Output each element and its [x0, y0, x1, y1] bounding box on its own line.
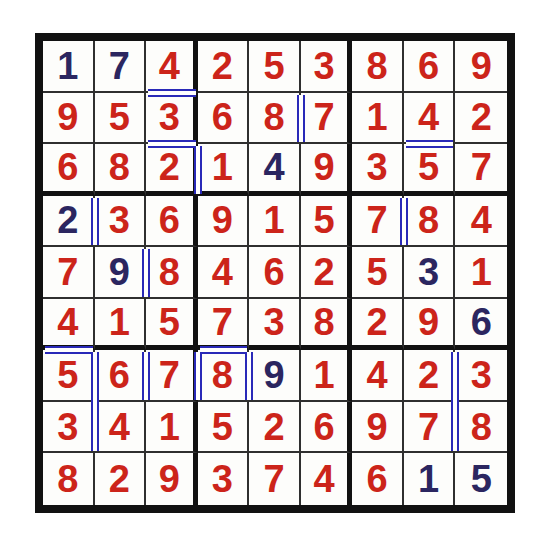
cell-r7c3[interactable]: 7: [146, 350, 198, 402]
cell-r8c5[interactable]: 2: [249, 402, 301, 454]
digit: 9: [109, 253, 130, 291]
digit: 1: [471, 253, 492, 291]
cell-r4c8[interactable]: 8: [404, 196, 456, 248]
cell-r6c1[interactable]: 4: [43, 299, 95, 351]
cell-r6c5[interactable]: 3: [249, 299, 301, 351]
digit: 6: [418, 47, 439, 85]
digit: 4: [212, 253, 233, 291]
cell-r3c1[interactable]: 6: [43, 144, 95, 196]
cell-r5c4[interactable]: 4: [198, 247, 250, 299]
digit: 9: [313, 148, 334, 186]
digit: 8: [367, 47, 388, 85]
digit: 6: [109, 356, 130, 394]
digit: 4: [471, 201, 492, 239]
cell-r4c2[interactable]: 3: [95, 196, 147, 248]
cell-r7c7[interactable]: 4: [352, 350, 404, 402]
digit: 7: [57, 253, 78, 291]
cell-r4c6[interactable]: 5: [301, 196, 353, 248]
cell-r8c8[interactable]: 7: [404, 402, 456, 454]
cell-r9c7[interactable]: 6: [352, 453, 404, 505]
cell-r7c2[interactable]: 6: [95, 350, 147, 402]
digit: 6: [471, 303, 492, 341]
cell-r1c2[interactable]: 7: [95, 41, 147, 93]
cell-r1c7[interactable]: 8: [352, 41, 404, 93]
digit: 9: [418, 303, 439, 341]
digit: 8: [212, 356, 233, 394]
digit: 2: [212, 47, 233, 85]
digit: 8: [109, 148, 130, 186]
cell-r1c4[interactable]: 2: [198, 41, 250, 93]
digit: 9: [57, 98, 78, 136]
cell-r6c6[interactable]: 8: [301, 299, 353, 351]
cell-r4c7[interactable]: 7: [352, 196, 404, 248]
cell-r9c8[interactable]: 1: [404, 453, 456, 505]
digit: 5: [367, 253, 388, 291]
digit: 3: [109, 201, 130, 239]
cell-r5c2[interactable]: 9: [95, 247, 147, 299]
digit: 5: [418, 148, 439, 186]
digit: 4: [109, 408, 130, 446]
digit: 7: [313, 98, 334, 136]
cell-r7c5[interactable]: 9: [249, 350, 301, 402]
digit: 5: [109, 98, 130, 136]
cell-r2c3[interactable]: 3: [146, 93, 198, 145]
cell-r2c5[interactable]: 8: [249, 93, 301, 145]
cell-r3c6[interactable]: 9: [301, 144, 353, 196]
cell-r5c5[interactable]: 6: [249, 247, 301, 299]
cell-r9c3[interactable]: 9: [146, 453, 198, 505]
digit: 3: [212, 460, 233, 498]
cell-r2c4[interactable]: 6: [198, 93, 250, 145]
cell-r9c5[interactable]: 7: [249, 453, 301, 505]
cell-r2c6[interactable]: 7: [301, 93, 353, 145]
digit: 8: [159, 253, 180, 291]
digit: 2: [263, 408, 284, 446]
cell-r7c4[interactable]: 8: [198, 350, 250, 402]
digit: 4: [418, 98, 439, 136]
digit: 7: [263, 460, 284, 498]
digit: 9: [159, 460, 180, 498]
digit: 9: [212, 201, 233, 239]
digit: 8: [471, 408, 492, 446]
cell-r6c9[interactable]: 6: [455, 299, 507, 351]
cell-r8c2[interactable]: 4: [95, 402, 147, 454]
cell-r6c4[interactable]: 7: [198, 299, 250, 351]
cell-r9c4[interactable]: 3: [198, 453, 250, 505]
cell-r3c3[interactable]: 2: [146, 144, 198, 196]
cell-r4c3[interactable]: 6: [146, 196, 198, 248]
cell-r9c1[interactable]: 8: [43, 453, 95, 505]
cell-r1c6[interactable]: 3: [301, 41, 353, 93]
cell-r6c8[interactable]: 9: [404, 299, 456, 351]
cell-r5c6[interactable]: 2: [301, 247, 353, 299]
digit: 3: [471, 356, 492, 394]
digit: 8: [57, 460, 78, 498]
digit: 4: [367, 356, 388, 394]
digit: 6: [313, 408, 334, 446]
digit: 7: [367, 201, 388, 239]
cell-r5c8[interactable]: 3: [404, 247, 456, 299]
cell-r3c8[interactable]: 5: [404, 144, 456, 196]
digit: 5: [263, 47, 284, 85]
digit: 9: [367, 408, 388, 446]
cell-r4c5[interactable]: 1: [249, 196, 301, 248]
digit: 6: [212, 98, 233, 136]
digit: 6: [367, 460, 388, 498]
digit: 1: [418, 460, 439, 498]
cell-r5c1[interactable]: 7: [43, 247, 95, 299]
digit: 8: [313, 303, 334, 341]
digit: 1: [109, 303, 130, 341]
cell-r1c9[interactable]: 9: [455, 41, 507, 93]
digit: 1: [313, 356, 334, 394]
cell-r5c7[interactable]: 5: [352, 247, 404, 299]
cell-r2c2[interactable]: 5: [95, 93, 147, 145]
cell-r4c1[interactable]: 2: [43, 196, 95, 248]
cell-r1c5[interactable]: 5: [249, 41, 301, 93]
sudoku-grid: 1742538699536871426821493572369157847984…: [43, 41, 507, 505]
cell-r6c7[interactable]: 2: [352, 299, 404, 351]
cell-r7c9[interactable]: 3: [455, 350, 507, 402]
digit: 6: [159, 201, 180, 239]
digit: 5: [57, 356, 78, 394]
cell-r1c8[interactable]: 6: [404, 41, 456, 93]
page: { "game": "sudoku", "position": "1742538…: [0, 0, 550, 550]
digit: 5: [212, 408, 233, 446]
cell-r3c4[interactable]: 1: [198, 144, 250, 196]
digit: 2: [109, 460, 130, 498]
digit: 6: [57, 148, 78, 186]
digit: 4: [263, 148, 284, 186]
cell-r4c9[interactable]: 4: [455, 196, 507, 248]
digit: 3: [313, 47, 334, 85]
digit: 1: [367, 98, 388, 136]
cell-r3c2[interactable]: 8: [95, 144, 147, 196]
digit: 1: [57, 47, 78, 85]
digit: 3: [367, 148, 388, 186]
digit: 7: [418, 408, 439, 446]
cell-r6c3[interactable]: 5: [146, 299, 198, 351]
cell-r8c3[interactable]: 1: [146, 402, 198, 454]
digit: 1: [263, 201, 284, 239]
cell-r1c1[interactable]: 1: [43, 41, 95, 93]
cell-r9c6[interactable]: 4: [301, 453, 353, 505]
digit: 8: [263, 98, 284, 136]
cell-r2c1[interactable]: 9: [43, 93, 95, 145]
digit: 4: [57, 303, 78, 341]
cell-r2c8[interactable]: 4: [404, 93, 456, 145]
cell-r8c9[interactable]: 8: [455, 402, 507, 454]
digit: 2: [57, 201, 78, 239]
digit: 9: [263, 356, 284, 394]
sudoku-board: 1742538699536871426821493572369157847984…: [35, 33, 515, 513]
cell-r8c7[interactable]: 9: [352, 402, 404, 454]
cell-r2c7[interactable]: 1: [352, 93, 404, 145]
digit: 8: [418, 201, 439, 239]
digit: 5: [159, 303, 180, 341]
cell-r2c9[interactable]: 2: [455, 93, 507, 145]
cell-r3c9[interactable]: 7: [455, 144, 507, 196]
digit: 6: [263, 253, 284, 291]
cell-r8c6[interactable]: 6: [301, 402, 353, 454]
cell-r7c1[interactable]: 5: [43, 350, 95, 402]
cell-r1c3[interactable]: 4: [146, 41, 198, 93]
digit: 3: [418, 253, 439, 291]
cell-r6c2[interactable]: 1: [95, 299, 147, 351]
cell-r8c1[interactable]: 3: [43, 402, 95, 454]
digit: 7: [212, 303, 233, 341]
digit: 2: [313, 253, 334, 291]
digit: 2: [367, 303, 388, 341]
digit: 5: [313, 201, 334, 239]
digit: 3: [263, 303, 284, 341]
digit: 7: [471, 148, 492, 186]
digit: 4: [313, 460, 334, 498]
digit: 1: [159, 408, 180, 446]
digit: 2: [471, 98, 492, 136]
digit: 2: [159, 148, 180, 186]
cell-r8c4[interactable]: 5: [198, 402, 250, 454]
cell-r3c7[interactable]: 3: [352, 144, 404, 196]
digit: 1: [212, 148, 233, 186]
digit: 5: [471, 460, 492, 498]
cell-r5c9[interactable]: 1: [455, 247, 507, 299]
digit: 3: [57, 408, 78, 446]
digit: 3: [159, 98, 180, 136]
cell-r7c8[interactable]: 2: [404, 350, 456, 402]
cell-r3c5[interactable]: 4: [249, 144, 301, 196]
digit: 7: [109, 47, 130, 85]
cell-r9c2[interactable]: 2: [95, 453, 147, 505]
digit: 4: [159, 47, 180, 85]
cell-r9c9[interactable]: 5: [455, 453, 507, 505]
digit: 7: [159, 356, 180, 394]
digit: 2: [418, 356, 439, 394]
cell-r7c6[interactable]: 1: [301, 350, 353, 402]
digit: 9: [471, 47, 492, 85]
cell-r4c4[interactable]: 9: [198, 196, 250, 248]
cell-r5c3[interactable]: 8: [146, 247, 198, 299]
